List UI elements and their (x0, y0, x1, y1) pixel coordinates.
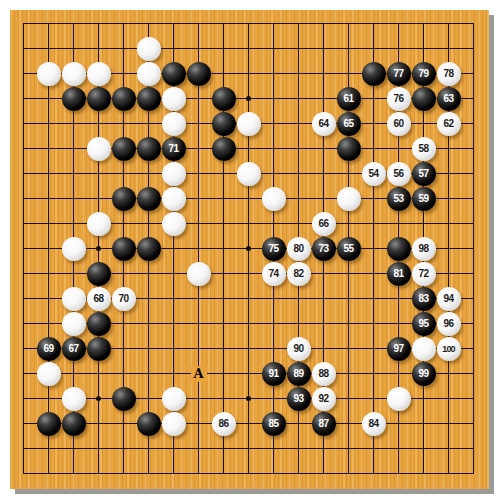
stone-black: 59 (412, 187, 436, 211)
stone-white (62, 237, 86, 261)
stone-white (37, 362, 61, 386)
move-number: 70 (112, 287, 136, 311)
stone-white (237, 162, 261, 186)
star-point (246, 96, 251, 101)
stone-white (187, 262, 211, 286)
stone-black (137, 187, 161, 211)
stone-white: 92 (312, 387, 336, 411)
stone-white (237, 112, 261, 136)
stone-white: 70 (112, 287, 136, 311)
grid-line (23, 423, 474, 424)
move-number: 60 (387, 112, 411, 136)
stone-white (137, 37, 161, 61)
move-number: 54 (362, 162, 386, 186)
stone-white: 74 (262, 262, 286, 286)
star-point (96, 396, 101, 401)
stone-white (262, 187, 286, 211)
stone-black (87, 312, 111, 336)
stone-white (162, 387, 186, 411)
stone-black (137, 87, 161, 111)
move-number: 100 (437, 337, 461, 361)
stone-white: 60 (387, 112, 411, 136)
stone-white (62, 312, 86, 336)
stone-black (212, 112, 236, 136)
stone-black: 71 (162, 137, 186, 161)
move-number: 74 (262, 262, 286, 286)
stone-white: 58 (412, 137, 436, 161)
stone-white (87, 137, 111, 161)
stone-black (37, 412, 61, 436)
move-number: 57 (412, 162, 436, 186)
move-number: 72 (412, 262, 436, 286)
stone-white (62, 62, 86, 86)
stone-black: 61 (337, 87, 361, 111)
stone-white: 86 (212, 412, 236, 436)
move-number: 92 (312, 387, 336, 411)
move-number: 76 (387, 87, 411, 111)
move-number: 75 (262, 237, 286, 261)
stone-black (62, 87, 86, 111)
move-number: 67 (62, 337, 86, 361)
stone-white: 84 (362, 412, 386, 436)
move-number: 89 (287, 362, 311, 386)
stone-white: 56 (387, 162, 411, 186)
stone-white: 90 (287, 337, 311, 361)
move-number: 77 (387, 62, 411, 86)
stone-white (387, 387, 411, 411)
stone-black: 85 (262, 412, 286, 436)
move-number: 94 (437, 287, 461, 311)
stone-white: 66 (312, 212, 336, 236)
move-number: 95 (412, 312, 436, 336)
stone-black: 57 (412, 162, 436, 186)
move-number: 61 (337, 87, 361, 111)
stone-black (162, 62, 186, 86)
move-number: 84 (362, 412, 386, 436)
move-number: 73 (312, 237, 336, 261)
stone-black (187, 62, 211, 86)
move-number: 80 (287, 237, 311, 261)
stone-white (162, 112, 186, 136)
move-number: 71 (162, 137, 186, 161)
star-point (246, 246, 251, 251)
stone-white (162, 412, 186, 436)
stone-black: 83 (412, 287, 436, 311)
stone-black: 95 (412, 312, 436, 336)
stone-black (112, 87, 136, 111)
stone-black: 87 (312, 412, 336, 436)
move-number: 55 (337, 237, 361, 261)
go-board[interactable]: 7779786176636465606271585456575359667580… (10, 10, 489, 489)
star-point (96, 246, 101, 251)
stone-black: 81 (387, 262, 411, 286)
stone-white: 96 (437, 312, 461, 336)
stone-black: 67 (62, 337, 86, 361)
stone-black (362, 62, 386, 86)
stone-black (112, 387, 136, 411)
stone-white: 82 (287, 262, 311, 286)
stone-white: 62 (437, 112, 461, 136)
stone-white (37, 62, 61, 86)
stone-white: 64 (312, 112, 336, 136)
stone-white: 54 (362, 162, 386, 186)
stone-white (137, 62, 161, 86)
stone-black: 77 (387, 62, 411, 86)
move-number: 58 (412, 137, 436, 161)
grid-line (23, 448, 474, 449)
stone-black: 93 (287, 387, 311, 411)
grid-line (373, 23, 374, 474)
stone-black (337, 137, 361, 161)
move-number: 56 (387, 162, 411, 186)
stone-white (162, 162, 186, 186)
stone-black (137, 237, 161, 261)
stone-black: 89 (287, 362, 311, 386)
stone-white (162, 187, 186, 211)
move-number: 62 (437, 112, 461, 136)
move-number: 90 (287, 337, 311, 361)
move-number: 59 (412, 187, 436, 211)
move-number: 64 (312, 112, 336, 136)
stone-white: 76 (387, 87, 411, 111)
move-number: 66 (312, 212, 336, 236)
move-number: 85 (262, 412, 286, 436)
stone-black (137, 412, 161, 436)
stone-black: 63 (437, 87, 461, 111)
stone-black (112, 237, 136, 261)
stone-black (87, 337, 111, 361)
stone-white (412, 337, 436, 361)
stone-black: 55 (337, 237, 361, 261)
stone-black (212, 87, 236, 111)
stone-white: 94 (437, 287, 461, 311)
stone-white: 98 (412, 237, 436, 261)
grid-line (473, 23, 474, 474)
stone-black: 75 (262, 237, 286, 261)
stone-black: 91 (262, 362, 286, 386)
move-number: 83 (412, 287, 436, 311)
stone-white (62, 387, 86, 411)
move-number: 63 (437, 87, 461, 111)
move-number: 93 (287, 387, 311, 411)
move-number: 99 (412, 362, 436, 386)
grid-line (23, 473, 474, 474)
stone-black: 97 (387, 337, 411, 361)
grid-line (23, 373, 474, 374)
star-point (246, 396, 251, 401)
stone-black: 99 (412, 362, 436, 386)
move-number: 96 (437, 312, 461, 336)
stone-white: 88 (312, 362, 336, 386)
move-number: 81 (387, 262, 411, 286)
stone-black (387, 237, 411, 261)
stone-black (112, 137, 136, 161)
stone-black (412, 87, 436, 111)
move-number: 82 (287, 262, 311, 286)
stone-black (137, 137, 161, 161)
stone-black (112, 187, 136, 211)
move-number: 98 (412, 237, 436, 261)
stone-white (162, 87, 186, 111)
move-number: 78 (437, 62, 461, 86)
move-number: 68 (87, 287, 111, 311)
move-number: 69 (37, 337, 61, 361)
move-number: 53 (387, 187, 411, 211)
move-number: 91 (262, 362, 286, 386)
move-number: 97 (387, 337, 411, 361)
stone-black: 53 (387, 187, 411, 211)
move-number: 79 (412, 62, 436, 86)
move-number: 86 (212, 412, 236, 436)
move-number: 88 (312, 362, 336, 386)
stone-black (87, 87, 111, 111)
stone-white: 80 (287, 237, 311, 261)
stone-black (212, 137, 236, 161)
stone-white (62, 287, 86, 311)
stone-black: 79 (412, 62, 436, 86)
stone-white (87, 62, 111, 86)
stone-black: 69 (37, 337, 61, 361)
stone-white (162, 212, 186, 236)
stone-black: 65 (337, 112, 361, 136)
stone-white: 72 (412, 262, 436, 286)
stone-white (337, 187, 361, 211)
move-number: 65 (337, 112, 361, 136)
stone-black: 73 (312, 237, 336, 261)
point-label-a: A (191, 366, 207, 382)
stone-white (87, 212, 111, 236)
stone-white: 78 (437, 62, 461, 86)
move-number: 87 (312, 412, 336, 436)
stone-black (87, 262, 111, 286)
stone-black (62, 412, 86, 436)
stone-white: 68 (87, 287, 111, 311)
stone-white: 100 (437, 337, 461, 361)
